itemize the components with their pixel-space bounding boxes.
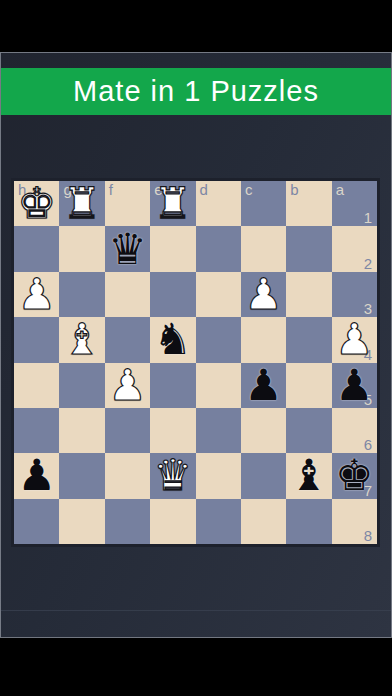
square-g1[interactable]: g♜ — [59, 181, 104, 226]
square-f3[interactable] — [105, 272, 150, 317]
square-e8[interactable] — [150, 499, 195, 544]
white-pawn-h3[interactable]: ♟ — [14, 272, 59, 317]
square-b6[interactable] — [286, 408, 331, 453]
bottom-divider — [1, 610, 391, 611]
white-bishop-g4[interactable]: ♝ — [59, 317, 104, 362]
white-rook-g1[interactable]: ♜ — [59, 181, 104, 226]
square-b7[interactable]: ♝ — [286, 453, 331, 498]
square-c8[interactable] — [241, 499, 286, 544]
square-b1[interactable]: b — [286, 181, 331, 226]
square-e7[interactable]: ♛ — [150, 453, 195, 498]
square-g7[interactable] — [59, 453, 104, 498]
square-h2[interactable] — [14, 226, 59, 271]
square-d8[interactable] — [196, 499, 241, 544]
file-label-f: f — [109, 181, 113, 198]
square-c7[interactable] — [241, 453, 286, 498]
file-label-e: e — [154, 181, 162, 198]
square-f5[interactable]: ♟ — [105, 363, 150, 408]
file-label-h: h — [18, 181, 26, 198]
square-d2[interactable] — [196, 226, 241, 271]
square-g2[interactable] — [59, 226, 104, 271]
rank-label-8: 8 — [364, 528, 372, 543]
square-e1[interactable]: e♜ — [150, 181, 195, 226]
square-b5[interactable] — [286, 363, 331, 408]
white-pawn-f5[interactable]: ♟ — [105, 363, 150, 408]
rank-label-2: 2 — [364, 256, 372, 271]
black-pawn-c5[interactable]: ♟ — [241, 363, 286, 408]
title-banner: Mate in 1 Puzzles — [1, 68, 391, 115]
white-pawn-a4[interactable]: ♟ — [332, 317, 377, 362]
square-d7[interactable] — [196, 453, 241, 498]
black-pawn-a5[interactable]: ♟ — [332, 363, 377, 408]
square-c6[interactable] — [241, 408, 286, 453]
square-c5[interactable]: ♟ — [241, 363, 286, 408]
square-g3[interactable] — [59, 272, 104, 317]
square-e6[interactable] — [150, 408, 195, 453]
square-e2[interactable] — [150, 226, 195, 271]
file-label-b: b — [290, 181, 298, 198]
white-king-h1[interactable]: ♚ — [14, 181, 59, 226]
square-h4[interactable] — [14, 317, 59, 362]
black-bishop-b7[interactable]: ♝ — [286, 453, 331, 498]
square-d1[interactable]: d — [196, 181, 241, 226]
square-h6[interactable] — [14, 408, 59, 453]
file-label-c: c — [245, 181, 253, 198]
square-h5[interactable] — [14, 363, 59, 408]
square-h7[interactable]: ♟ — [14, 453, 59, 498]
square-f1[interactable]: f — [105, 181, 150, 226]
square-c2[interactable] — [241, 226, 286, 271]
square-d5[interactable] — [196, 363, 241, 408]
rank-label-3: 3 — [364, 301, 372, 316]
file-label-a: a — [336, 181, 344, 198]
square-e4[interactable]: ♞ — [150, 317, 195, 362]
square-g4[interactable]: ♝ — [59, 317, 104, 362]
square-a2[interactable]: 2 — [332, 226, 377, 271]
square-h3[interactable]: ♟ — [14, 272, 59, 317]
square-b4[interactable] — [286, 317, 331, 362]
rank-label-6: 6 — [364, 437, 372, 452]
square-h8[interactable] — [14, 499, 59, 544]
square-a8[interactable]: 8 — [332, 499, 377, 544]
square-d4[interactable] — [196, 317, 241, 362]
square-g5[interactable] — [59, 363, 104, 408]
file-label-d: d — [200, 181, 208, 198]
white-queen-e7[interactable]: ♛ — [150, 453, 195, 498]
square-f7[interactable] — [105, 453, 150, 498]
rank-label-1: 1 — [364, 210, 372, 225]
chess-board: h♚g♜fe♜dcba1♛2♟♟3♝♞4♟♟♟5♟6♟♛♝7♚8 — [14, 181, 377, 544]
square-h1[interactable]: h♚ — [14, 181, 59, 226]
square-a3[interactable]: 3 — [332, 272, 377, 317]
square-c1[interactable]: c — [241, 181, 286, 226]
square-a6[interactable]: 6 — [332, 408, 377, 453]
page-title: Mate in 1 Puzzles — [73, 75, 319, 108]
white-pawn-c3[interactable]: ♟ — [241, 272, 286, 317]
square-d3[interactable] — [196, 272, 241, 317]
rank-label-5: 5 — [364, 392, 372, 407]
square-b2[interactable] — [286, 226, 331, 271]
square-b3[interactable] — [286, 272, 331, 317]
rank-label-7: 7 — [364, 483, 372, 498]
square-b8[interactable] — [286, 499, 331, 544]
square-d6[interactable] — [196, 408, 241, 453]
chess-board-frame: h♚g♜fe♜dcba1♛2♟♟3♝♞4♟♟♟5♟6♟♛♝7♚8 — [11, 178, 380, 547]
app-background: { "header": { "title": "Mate in 1 Puzzle… — [0, 0, 392, 696]
square-g8[interactable] — [59, 499, 104, 544]
square-f8[interactable] — [105, 499, 150, 544]
black-knight-e4[interactable]: ♞ — [150, 317, 195, 362]
square-a4[interactable]: 4♟ — [332, 317, 377, 362]
square-f6[interactable] — [105, 408, 150, 453]
rank-label-4: 4 — [364, 347, 372, 362]
black-king-a7[interactable]: ♚ — [332, 453, 377, 498]
square-a7[interactable]: 7♚ — [332, 453, 377, 498]
black-pawn-h7[interactable]: ♟ — [14, 453, 59, 498]
square-e3[interactable] — [150, 272, 195, 317]
square-a1[interactable]: a1 — [332, 181, 377, 226]
square-g6[interactable] — [59, 408, 104, 453]
square-a5[interactable]: 5♟ — [332, 363, 377, 408]
file-label-g: g — [63, 181, 71, 198]
square-f2[interactable]: ♛ — [105, 226, 150, 271]
square-c4[interactable] — [241, 317, 286, 362]
black-queen-f2[interactable]: ♛ — [105, 226, 150, 271]
square-f4[interactable] — [105, 317, 150, 362]
square-e5[interactable] — [150, 363, 195, 408]
white-rook-e1[interactable]: ♜ — [150, 181, 195, 226]
square-c3[interactable]: ♟ — [241, 272, 286, 317]
app-screen: Mate in 1 Puzzles h♚g♜fe♜dcba1♛2♟♟3♝♞4♟♟… — [0, 52, 392, 638]
